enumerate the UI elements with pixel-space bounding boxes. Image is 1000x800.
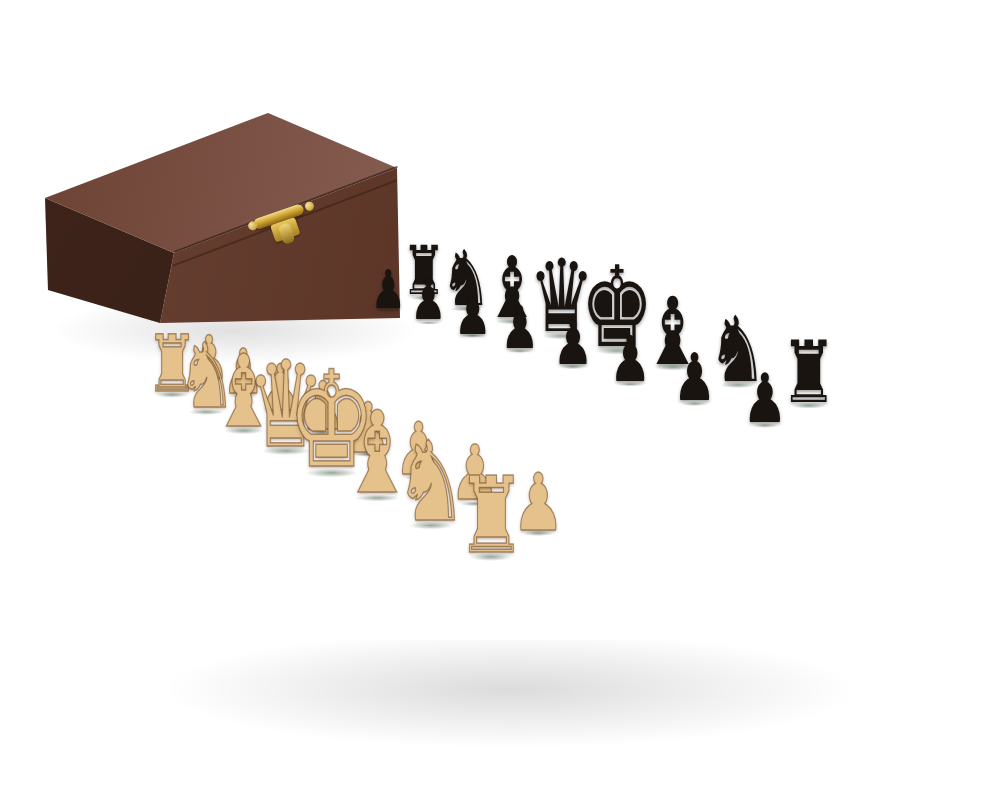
pieces-layer: ♜♞♝♛♚♝♞♜♟♟♟♟♟♟♟♟♟♟♟♟♟♟♟♟♜♞♝♛♚♝♞♜ (0, 0, 1000, 800)
piece-black-queen-d8: ♛ (529, 247, 596, 348)
square-c2 (234, 391, 314, 425)
square-e4 (400, 394, 492, 431)
board-squares (128, 282, 858, 580)
piece-white-pawn-h2: ♟ (512, 463, 565, 542)
square-e7 (520, 346, 613, 379)
square-c7 (426, 318, 508, 346)
square-a3 (204, 347, 275, 376)
square-e6 (481, 361, 574, 395)
piece-black-pawn-f7: ♟ (609, 328, 651, 391)
square-h3 (521, 479, 637, 530)
square-d6 (433, 346, 520, 378)
square-c1 (193, 407, 273, 443)
piece-white-rook-a1: ♜ (146, 325, 198, 404)
square-a4 (241, 333, 313, 361)
square-c3 (274, 376, 355, 409)
square-g6 (592, 397, 700, 438)
scene: ♜♞♝♛♚♝♞♜♟♟♟♟♟♟♟♟♟♟♟♟♟♟♟♟♜♞♝♛♚♝♞♜ (0, 0, 1000, 800)
square-b6 (349, 319, 426, 346)
piece-black-bishop-f8: ♝ (642, 284, 704, 378)
square-d2 (273, 409, 359, 446)
board-floor-shadow (150, 640, 870, 750)
piece-black-rook-h8: ♜ (781, 330, 838, 416)
square-h1 (423, 523, 538, 580)
square-b7 (384, 305, 461, 331)
square-a1 (128, 375, 199, 406)
square-g3 (461, 454, 568, 501)
piece-black-knight-g8: ♞ (708, 305, 768, 396)
box-front-face (0, 0, 1000, 800)
square-g2 (414, 474, 521, 523)
piece-black-pawn-e7: ♟ (552, 312, 593, 373)
square-b3 (238, 361, 314, 392)
square-a7 (346, 294, 419, 319)
square-e3 (358, 411, 450, 450)
square-d3 (314, 393, 400, 429)
square-c6 (389, 332, 471, 361)
square-c5 (352, 346, 433, 377)
square-e1 (271, 446, 362, 488)
square-a2 (167, 360, 238, 390)
square-h2 (473, 501, 589, 555)
piece-white-pawn-g2: ♟ (450, 437, 500, 513)
square-h5 (613, 438, 730, 485)
clasp-right-finial (304, 200, 315, 211)
piece-white-rook-h1: ♜ (457, 463, 527, 569)
square-c4 (313, 361, 394, 393)
piece-white-pawn-b2: ♟ (223, 341, 264, 403)
piece-white-pawn-f2: ♟ (395, 413, 443, 486)
clasp-bar (252, 203, 305, 230)
square-g7 (634, 379, 742, 418)
piece-white-pawn-c2: ♟ (260, 357, 303, 421)
square-e8 (558, 330, 651, 361)
square-g8 (674, 362, 782, 399)
box-lid-seam (172, 179, 397, 266)
piece-black-king-e8: ♚ (580, 252, 654, 364)
clasp-left-finial (247, 220, 258, 231)
square-d7 (471, 331, 558, 361)
square-g4 (506, 435, 613, 479)
square-b8 (419, 292, 496, 317)
piece-white-knight-b1: ♞ (177, 332, 237, 422)
square-a5 (277, 320, 349, 347)
square-f2 (362, 450, 461, 494)
square-f7 (574, 362, 674, 398)
piece-white-bishop-c1: ♝ (211, 342, 277, 442)
piece-black-pawn-c7: ♟ (454, 286, 492, 343)
piece-black-pawn-h7: ♟ (743, 365, 788, 433)
square-h8 (742, 380, 859, 421)
piece-black-pawn-b7: ♟ (410, 274, 447, 329)
square-e5 (441, 378, 534, 414)
piece-white-bishop-f1: ♝ (340, 398, 415, 511)
piece-black-pawn-a7: ♟ (371, 263, 407, 317)
board-edge-rim (62, 262, 986, 718)
piece-black-rook-a8: ♜ (402, 238, 447, 306)
square-a8 (380, 282, 453, 306)
square-f5 (493, 396, 593, 435)
square-d8 (507, 316, 594, 345)
square-f4 (450, 413, 549, 454)
clasp-hook-plate (270, 217, 300, 242)
box-left-face (0, 0, 1000, 800)
square-b1 (159, 390, 234, 423)
piece-white-king-e1: ♚ (287, 355, 376, 489)
chess-board (62, 260, 986, 646)
clasp-hook (278, 222, 296, 245)
piece-black-knight-b8: ♞ (441, 241, 492, 318)
square-d1 (230, 426, 315, 465)
square-b4 (276, 346, 352, 376)
square-f6 (534, 378, 634, 415)
box-floor-shadow (50, 295, 420, 365)
square-g5 (550, 416, 658, 459)
piece-white-pawn-a2: ♟ (189, 327, 229, 387)
square-h4 (568, 458, 685, 507)
board-inner-frame-line (119, 278, 877, 588)
piece-white-queen-d1: ♛ (246, 345, 325, 464)
piece-white-pawn-d2: ♟ (300, 374, 344, 441)
square-b5 (313, 332, 389, 360)
box-brass-clasp-icon (245, 191, 322, 261)
piece-white-knight-g1: ♞ (395, 428, 469, 539)
square-d5 (394, 361, 481, 394)
square-e2 (315, 429, 407, 470)
square-b2 (199, 375, 274, 407)
square-c8 (461, 304, 543, 331)
piece-black-bishop-c8: ♝ (484, 247, 540, 332)
square-h7 (700, 399, 817, 441)
square-f3 (407, 431, 506, 473)
box-top-face (0, 0, 1000, 800)
piece-black-pawn-g7: ♟ (672, 345, 716, 411)
square-d4 (355, 377, 441, 411)
storage-box (0, 0, 1000, 800)
box-lid-edge (174, 166, 398, 253)
square-f1 (316, 469, 414, 515)
piece-white-pawn-e2: ♟ (345, 392, 391, 462)
square-h6 (657, 418, 774, 463)
square-g1 (366, 494, 472, 545)
piece-black-pawn-d7: ♟ (501, 298, 540, 357)
square-f8 (613, 345, 713, 379)
square-a6 (312, 307, 384, 333)
